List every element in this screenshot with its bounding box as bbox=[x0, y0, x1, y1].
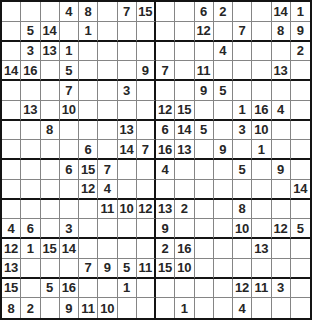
cell-r15-c5-empty[interactable] bbox=[79, 279, 98, 299]
cell-r6-c10-given[interactable]: 15 bbox=[175, 101, 194, 121]
cell-r12-c13-given[interactable]: 10 bbox=[233, 219, 252, 239]
cell-r4-c2-given[interactable]: 16 bbox=[21, 61, 40, 81]
cell-r2-c12-empty[interactable] bbox=[214, 22, 233, 42]
cell-r7-c1-empty[interactable] bbox=[2, 121, 21, 141]
cell-r14-c1-given[interactable]: 13 bbox=[2, 259, 21, 279]
cell-r10-c10-empty[interactable] bbox=[175, 180, 194, 200]
cell-r6-c9-given[interactable]: 12 bbox=[156, 101, 175, 121]
sudoku-board: 4871562141514112789313142141659711137395… bbox=[0, 0, 312, 320]
cell-r12-c15-given[interactable]: 12 bbox=[272, 219, 291, 239]
cell-r1-c2-empty[interactable] bbox=[21, 2, 40, 22]
cell-r6-c6-empty[interactable] bbox=[98, 101, 117, 121]
cell-r4-c14-empty[interactable] bbox=[252, 61, 271, 81]
cell-r9-c8-empty[interactable] bbox=[137, 160, 156, 180]
cell-r7-c11-given[interactable]: 5 bbox=[195, 121, 214, 141]
cell-r14-c2-empty[interactable] bbox=[21, 259, 40, 279]
cell-r7-c2-empty[interactable] bbox=[21, 121, 40, 141]
cell-r13-c5-empty[interactable] bbox=[79, 239, 98, 259]
cell-r5-c3-empty[interactable] bbox=[41, 81, 60, 101]
cell-r3-c9-empty[interactable] bbox=[156, 42, 175, 62]
cell-r13-c8-empty[interactable] bbox=[137, 239, 156, 259]
cell-r5-c7-given[interactable]: 3 bbox=[118, 81, 137, 101]
cell-r16-c2-given[interactable]: 2 bbox=[21, 298, 40, 318]
cell-r5-c6-empty[interactable] bbox=[98, 81, 117, 101]
cell-r13-c4-given[interactable]: 14 bbox=[60, 239, 79, 259]
cell-r2-c3-given[interactable]: 14 bbox=[41, 22, 60, 42]
cell-r3-c3-given[interactable]: 13 bbox=[41, 42, 60, 62]
cell-r10-c9-empty[interactable] bbox=[156, 180, 175, 200]
cell-r9-c13-given[interactable]: 5 bbox=[233, 160, 252, 180]
cell-r15-c4-given[interactable]: 16 bbox=[60, 279, 79, 299]
cell-r5-c14-empty[interactable] bbox=[252, 81, 271, 101]
cell-r4-c15-given[interactable]: 13 bbox=[272, 61, 291, 81]
cell-r14-c7-given[interactable]: 5 bbox=[118, 259, 137, 279]
cell-r9-c12-empty[interactable] bbox=[214, 160, 233, 180]
cell-r3-c1-empty[interactable] bbox=[2, 42, 21, 62]
cell-r12-c12-empty[interactable] bbox=[214, 219, 233, 239]
cell-r3-c14-empty[interactable] bbox=[252, 42, 271, 62]
cell-r10-c12-empty[interactable] bbox=[214, 180, 233, 200]
cell-r15-c7-given[interactable]: 1 bbox=[118, 279, 137, 299]
cell-r6-c5-empty[interactable] bbox=[79, 101, 98, 121]
cell-r14-c15-empty[interactable] bbox=[272, 259, 291, 279]
cell-r11-c11-empty[interactable] bbox=[195, 200, 214, 220]
cell-r10-c6-given[interactable]: 4 bbox=[98, 180, 117, 200]
cell-r10-c13-empty[interactable] bbox=[233, 180, 252, 200]
cell-r3-c6-empty[interactable] bbox=[98, 42, 117, 62]
cell-r6-c3-empty[interactable] bbox=[41, 101, 60, 121]
cell-r10-c1-empty[interactable] bbox=[2, 180, 21, 200]
cell-r3-c16-given[interactable]: 2 bbox=[291, 42, 310, 62]
cell-r14-c4-empty[interactable] bbox=[60, 259, 79, 279]
cell-r13-c13-empty[interactable] bbox=[233, 239, 252, 259]
cell-r8-c10-given[interactable]: 13 bbox=[175, 140, 194, 160]
cell-r4-c16-empty[interactable] bbox=[291, 61, 310, 81]
cell-r5-c16-empty[interactable] bbox=[291, 81, 310, 101]
cell-r12-c11-empty[interactable] bbox=[195, 219, 214, 239]
cell-r13-c12-empty[interactable] bbox=[214, 239, 233, 259]
cell-r14-c6-given[interactable]: 9 bbox=[98, 259, 117, 279]
cell-r12-c14-empty[interactable] bbox=[252, 219, 271, 239]
cell-r7-c15-empty[interactable] bbox=[272, 121, 291, 141]
cell-r8-c1-empty[interactable] bbox=[2, 140, 21, 160]
cell-r1-c4-given[interactable]: 4 bbox=[60, 2, 79, 22]
cell-r8-c3-empty[interactable] bbox=[41, 140, 60, 160]
cell-r4-c9-given[interactable]: 7 bbox=[156, 61, 175, 81]
cell-r2-c4-empty[interactable] bbox=[60, 22, 79, 42]
cell-r1-c15-given[interactable]: 14 bbox=[272, 2, 291, 22]
cell-r2-c7-empty[interactable] bbox=[118, 22, 137, 42]
cell-r6-c12-empty[interactable] bbox=[214, 101, 233, 121]
cell-r16-c1-given[interactable]: 8 bbox=[2, 298, 21, 318]
cell-r16-c6-given[interactable]: 10 bbox=[98, 298, 117, 318]
cell-r6-c1-empty[interactable] bbox=[2, 101, 21, 121]
cell-r15-c12-empty[interactable] bbox=[214, 279, 233, 299]
cell-r14-c8-given[interactable]: 11 bbox=[137, 259, 156, 279]
cell-r1-c14-empty[interactable] bbox=[252, 2, 271, 22]
cell-r9-c7-empty[interactable] bbox=[118, 160, 137, 180]
cell-r6-c11-empty[interactable] bbox=[195, 101, 214, 121]
cell-r3-c10-empty[interactable] bbox=[175, 42, 194, 62]
cell-r9-c16-empty[interactable] bbox=[291, 160, 310, 180]
cell-r6-c14-given[interactable]: 16 bbox=[252, 101, 271, 121]
cell-r14-c12-empty[interactable] bbox=[214, 259, 233, 279]
cell-r4-c8-given[interactable]: 9 bbox=[137, 61, 156, 81]
cell-r6-c4-given[interactable]: 10 bbox=[60, 101, 79, 121]
cell-r5-c2-empty[interactable] bbox=[21, 81, 40, 101]
cell-r10-c3-empty[interactable] bbox=[41, 180, 60, 200]
cell-r12-c5-empty[interactable] bbox=[79, 219, 98, 239]
cell-r7-c7-given[interactable]: 13 bbox=[118, 121, 137, 141]
cell-r4-c13-empty[interactable] bbox=[233, 61, 252, 81]
cell-r11-c1-empty[interactable] bbox=[2, 200, 21, 220]
cell-r7-c3-given[interactable]: 8 bbox=[41, 121, 60, 141]
cell-r11-c4-empty[interactable] bbox=[60, 200, 79, 220]
cell-r13-c6-empty[interactable] bbox=[98, 239, 117, 259]
cell-r9-c11-empty[interactable] bbox=[195, 160, 214, 180]
cell-r2-c14-empty[interactable] bbox=[252, 22, 271, 42]
cell-r4-c6-empty[interactable] bbox=[98, 61, 117, 81]
cell-r2-c8-empty[interactable] bbox=[137, 22, 156, 42]
cell-r9-c3-empty[interactable] bbox=[41, 160, 60, 180]
cell-r2-c11-given[interactable]: 12 bbox=[195, 22, 214, 42]
cell-r8-c16-empty[interactable] bbox=[291, 140, 310, 160]
cell-r11-c5-empty[interactable] bbox=[79, 200, 98, 220]
cell-r4-c3-empty[interactable] bbox=[41, 61, 60, 81]
cell-r11-c12-empty[interactable] bbox=[214, 200, 233, 220]
cell-r12-c3-empty[interactable] bbox=[41, 219, 60, 239]
cell-r3-c2-given[interactable]: 3 bbox=[21, 42, 40, 62]
cell-r14-c9-given[interactable]: 15 bbox=[156, 259, 175, 279]
cell-r6-c15-given[interactable]: 4 bbox=[272, 101, 291, 121]
cell-r7-c4-empty[interactable] bbox=[60, 121, 79, 141]
cell-r2-c10-empty[interactable] bbox=[175, 22, 194, 42]
cell-r5-c9-empty[interactable] bbox=[156, 81, 175, 101]
cell-r5-c5-empty[interactable] bbox=[79, 81, 98, 101]
cell-r11-c10-given[interactable]: 2 bbox=[175, 200, 194, 220]
cell-r3-c12-given[interactable]: 4 bbox=[214, 42, 233, 62]
cell-r6-c8-empty[interactable] bbox=[137, 101, 156, 121]
cell-r12-c6-empty[interactable] bbox=[98, 219, 117, 239]
cell-r11-c2-empty[interactable] bbox=[21, 200, 40, 220]
cell-r15-c10-empty[interactable] bbox=[175, 279, 194, 299]
cell-r15-c13-given[interactable]: 12 bbox=[233, 279, 252, 299]
cell-r2-c5-given[interactable]: 1 bbox=[79, 22, 98, 42]
cell-r4-c1-given[interactable]: 14 bbox=[2, 61, 21, 81]
cell-r7-c13-given[interactable]: 3 bbox=[233, 121, 252, 141]
cell-r8-c2-empty[interactable] bbox=[21, 140, 40, 160]
cell-r16-c10-given[interactable]: 1 bbox=[175, 298, 194, 318]
cell-r1-c10-empty[interactable] bbox=[175, 2, 194, 22]
cell-r9-c9-given[interactable]: 4 bbox=[156, 160, 175, 180]
cell-r15-c16-empty[interactable] bbox=[291, 279, 310, 299]
cell-r9-c6-given[interactable]: 7 bbox=[98, 160, 117, 180]
cell-r13-c10-given[interactable]: 16 bbox=[175, 239, 194, 259]
cell-r16-c16-empty[interactable] bbox=[291, 298, 310, 318]
cell-r15-c2-empty[interactable] bbox=[21, 279, 40, 299]
cell-r4-c12-empty[interactable] bbox=[214, 61, 233, 81]
cell-r11-c13-given[interactable]: 8 bbox=[233, 200, 252, 220]
cell-r13-c14-given[interactable]: 13 bbox=[252, 239, 271, 259]
cell-r8-c13-empty[interactable] bbox=[233, 140, 252, 160]
cell-r2-c9-empty[interactable] bbox=[156, 22, 175, 42]
cell-r12-c10-empty[interactable] bbox=[175, 219, 194, 239]
cell-r8-c8-given[interactable]: 7 bbox=[137, 140, 156, 160]
cell-r4-c7-empty[interactable] bbox=[118, 61, 137, 81]
cell-r5-c13-empty[interactable] bbox=[233, 81, 252, 101]
cell-r11-c3-empty[interactable] bbox=[41, 200, 60, 220]
cell-r11-c16-empty[interactable] bbox=[291, 200, 310, 220]
cell-r7-c9-given[interactable]: 6 bbox=[156, 121, 175, 141]
cell-r3-c11-empty[interactable] bbox=[195, 42, 214, 62]
cell-r16-c3-empty[interactable] bbox=[41, 298, 60, 318]
cell-r2-c16-given[interactable]: 9 bbox=[291, 22, 310, 42]
cell-r5-c10-empty[interactable] bbox=[175, 81, 194, 101]
cell-r1-c6-empty[interactable] bbox=[98, 2, 117, 22]
cell-r14-c5-given[interactable]: 7 bbox=[79, 259, 98, 279]
cell-r2-c6-empty[interactable] bbox=[98, 22, 117, 42]
cell-r2-c1-empty[interactable] bbox=[2, 22, 21, 42]
cell-r6-c2-given[interactable]: 13 bbox=[21, 101, 40, 121]
cell-r12-c1-given[interactable]: 4 bbox=[2, 219, 21, 239]
cell-r12-c9-given[interactable]: 9 bbox=[156, 219, 175, 239]
cell-r16-c5-given[interactable]: 11 bbox=[79, 298, 98, 318]
cell-r9-c1-empty[interactable] bbox=[2, 160, 21, 180]
cell-r4-c11-given[interactable]: 11 bbox=[195, 61, 214, 81]
cell-r10-c5-given[interactable]: 12 bbox=[79, 180, 98, 200]
cell-r8-c15-empty[interactable] bbox=[272, 140, 291, 160]
cell-r14-c10-given[interactable]: 10 bbox=[175, 259, 194, 279]
cell-r15-c15-given[interactable]: 3 bbox=[272, 279, 291, 299]
cell-r7-c12-empty[interactable] bbox=[214, 121, 233, 141]
cell-r11-c14-empty[interactable] bbox=[252, 200, 271, 220]
cell-r14-c14-empty[interactable] bbox=[252, 259, 271, 279]
cell-r13-c9-given[interactable]: 2 bbox=[156, 239, 175, 259]
cell-r3-c15-empty[interactable] bbox=[272, 42, 291, 62]
cell-r3-c4-given[interactable]: 1 bbox=[60, 42, 79, 62]
cell-r9-c15-given[interactable]: 9 bbox=[272, 160, 291, 180]
cell-r5-c11-given[interactable]: 9 bbox=[195, 81, 214, 101]
cell-r10-c4-empty[interactable] bbox=[60, 180, 79, 200]
cell-r13-c7-empty[interactable] bbox=[118, 239, 137, 259]
cell-r13-c1-given[interactable]: 12 bbox=[2, 239, 21, 259]
cell-r8-c7-given[interactable]: 14 bbox=[118, 140, 137, 160]
cell-r15-c14-given[interactable]: 11 bbox=[252, 279, 271, 299]
cell-r10-c2-empty[interactable] bbox=[21, 180, 40, 200]
cell-r6-c16-empty[interactable] bbox=[291, 101, 310, 121]
cell-r9-c14-empty[interactable] bbox=[252, 160, 271, 180]
cell-r12-c2-given[interactable]: 6 bbox=[21, 219, 40, 239]
cell-r14-c11-empty[interactable] bbox=[195, 259, 214, 279]
cell-r8-c5-given[interactable]: 6 bbox=[79, 140, 98, 160]
cell-r7-c16-empty[interactable] bbox=[291, 121, 310, 141]
cell-r15-c11-empty[interactable] bbox=[195, 279, 214, 299]
cell-r13-c15-empty[interactable] bbox=[272, 239, 291, 259]
cell-r15-c8-empty[interactable] bbox=[137, 279, 156, 299]
cell-r8-c14-given[interactable]: 1 bbox=[252, 140, 271, 160]
cell-r5-c12-given[interactable]: 5 bbox=[214, 81, 233, 101]
cell-r5-c4-given[interactable]: 7 bbox=[60, 81, 79, 101]
cell-r13-c11-empty[interactable] bbox=[195, 239, 214, 259]
cell-r5-c8-empty[interactable] bbox=[137, 81, 156, 101]
cell-r3-c13-empty[interactable] bbox=[233, 42, 252, 62]
cell-r16-c8-empty[interactable] bbox=[137, 298, 156, 318]
cell-r1-c7-given[interactable]: 7 bbox=[118, 2, 137, 22]
cell-r2-c2-given[interactable]: 5 bbox=[21, 22, 40, 42]
cell-r1-c3-empty[interactable] bbox=[41, 2, 60, 22]
cell-r16-c7-empty[interactable] bbox=[118, 298, 137, 318]
cell-r10-c7-empty[interactable] bbox=[118, 180, 137, 200]
cell-r4-c5-empty[interactable] bbox=[79, 61, 98, 81]
cell-r1-c5-given[interactable]: 8 bbox=[79, 2, 98, 22]
cell-r8-c4-empty[interactable] bbox=[60, 140, 79, 160]
cell-r16-c14-empty[interactable] bbox=[252, 298, 271, 318]
cell-r10-c8-empty[interactable] bbox=[137, 180, 156, 200]
cell-r10-c15-empty[interactable] bbox=[272, 180, 291, 200]
cell-r7-c6-empty[interactable] bbox=[98, 121, 117, 141]
cell-r4-c10-empty[interactable] bbox=[175, 61, 194, 81]
cell-r4-c4-given[interactable]: 5 bbox=[60, 61, 79, 81]
cell-r11-c6-given[interactable]: 11 bbox=[98, 200, 117, 220]
cell-r8-c9-given[interactable]: 16 bbox=[156, 140, 175, 160]
cell-r3-c5-empty[interactable] bbox=[79, 42, 98, 62]
cell-r6-c13-given[interactable]: 1 bbox=[233, 101, 252, 121]
cell-r2-c13-given[interactable]: 7 bbox=[233, 22, 252, 42]
cell-r9-c4-given[interactable]: 6 bbox=[60, 160, 79, 180]
cell-r14-c13-empty[interactable] bbox=[233, 259, 252, 279]
cell-r13-c2-given[interactable]: 1 bbox=[21, 239, 40, 259]
cell-r13-c16-empty[interactable] bbox=[291, 239, 310, 259]
cell-r8-c12-given[interactable]: 9 bbox=[214, 140, 233, 160]
cell-r5-c15-empty[interactable] bbox=[272, 81, 291, 101]
cell-r11-c7-given[interactable]: 10 bbox=[118, 200, 137, 220]
cell-r1-c9-empty[interactable] bbox=[156, 2, 175, 22]
cell-r16-c9-empty[interactable] bbox=[156, 298, 175, 318]
cell-r10-c14-empty[interactable] bbox=[252, 180, 271, 200]
cell-r15-c1-given[interactable]: 15 bbox=[2, 279, 21, 299]
cell-r15-c9-empty[interactable] bbox=[156, 279, 175, 299]
cell-r8-c6-empty[interactable] bbox=[98, 140, 117, 160]
cell-r9-c2-empty[interactable] bbox=[21, 160, 40, 180]
cell-r14-c16-empty[interactable] bbox=[291, 259, 310, 279]
cell-r8-c11-empty[interactable] bbox=[195, 140, 214, 160]
cell-r16-c11-empty[interactable] bbox=[195, 298, 214, 318]
cell-r16-c4-given[interactable]: 9 bbox=[60, 298, 79, 318]
cell-r1-c1-empty[interactable] bbox=[2, 2, 21, 22]
cell-r1-c16-given[interactable]: 1 bbox=[291, 2, 310, 22]
cell-r13-c3-given[interactable]: 15 bbox=[41, 239, 60, 259]
cell-r7-c5-empty[interactable] bbox=[79, 121, 98, 141]
cell-r9-c10-empty[interactable] bbox=[175, 160, 194, 180]
cell-r6-c7-empty[interactable] bbox=[118, 101, 137, 121]
cell-r11-c8-given[interactable]: 12 bbox=[137, 200, 156, 220]
cell-r7-c8-empty[interactable] bbox=[137, 121, 156, 141]
cell-r5-c1-empty[interactable] bbox=[2, 81, 21, 101]
cell-r15-c3-given[interactable]: 5 bbox=[41, 279, 60, 299]
cell-r11-c9-given[interactable]: 13 bbox=[156, 200, 175, 220]
cell-r1-c13-empty[interactable] bbox=[233, 2, 252, 22]
cell-r7-c10-given[interactable]: 14 bbox=[175, 121, 194, 141]
cell-r16-c13-given[interactable]: 4 bbox=[233, 298, 252, 318]
cell-r7-c14-given[interactable]: 10 bbox=[252, 121, 271, 141]
cell-r9-c5-given[interactable]: 15 bbox=[79, 160, 98, 180]
cell-r16-c15-empty[interactable] bbox=[272, 298, 291, 318]
cell-r14-c3-empty[interactable] bbox=[41, 259, 60, 279]
cell-r12-c8-empty[interactable] bbox=[137, 219, 156, 239]
cell-r12-c4-given[interactable]: 3 bbox=[60, 219, 79, 239]
cell-r1-c12-given[interactable]: 2 bbox=[214, 2, 233, 22]
cell-r11-c15-empty[interactable] bbox=[272, 200, 291, 220]
cell-r10-c11-empty[interactable] bbox=[195, 180, 214, 200]
cell-r3-c7-empty[interactable] bbox=[118, 42, 137, 62]
cell-r15-c6-empty[interactable] bbox=[98, 279, 117, 299]
cell-r2-c15-given[interactable]: 8 bbox=[272, 22, 291, 42]
cell-r1-c11-given[interactable]: 6 bbox=[195, 2, 214, 22]
cell-r1-c8-given[interactable]: 15 bbox=[137, 2, 156, 22]
cell-r12-c16-given[interactable]: 5 bbox=[291, 219, 310, 239]
cell-r10-c16-given[interactable]: 14 bbox=[291, 180, 310, 200]
cell-r12-c7-empty[interactable] bbox=[118, 219, 137, 239]
cell-r3-c8-empty[interactable] bbox=[137, 42, 156, 62]
cell-r16-c12-empty[interactable] bbox=[214, 298, 233, 318]
